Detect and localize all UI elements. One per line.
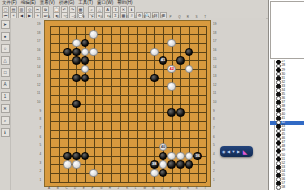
coord-label-left: 8 xyxy=(40,118,42,122)
stone-black-O2 xyxy=(159,169,167,177)
coord-label-bottom: B xyxy=(57,187,59,191)
grid-line-horizontal xyxy=(50,138,206,139)
coord-label-bottom: P xyxy=(169,187,171,191)
coord-label-bottom: G xyxy=(100,187,102,191)
coord-label-left: 7 xyxy=(40,127,42,131)
stone-white-N16 xyxy=(150,48,158,56)
move-number-label-38: 38 xyxy=(150,162,158,166)
move-number-label-41: 41 xyxy=(159,58,167,62)
coord-label-right: 18 xyxy=(213,32,216,36)
coord-label-left: 17 xyxy=(37,40,40,44)
coord-label-bottom: M xyxy=(143,187,146,191)
zoom-tool-icon[interactable]: ⌕ xyxy=(1,116,10,125)
coord-label-top: P xyxy=(169,16,171,20)
grid-line-horizontal xyxy=(50,182,206,183)
right-panel: 2728293031323334353637383940414243444546… xyxy=(268,0,304,190)
stone-black-R3 xyxy=(185,160,193,168)
stone-white-C3 xyxy=(63,160,71,168)
stone-black-E13 xyxy=(81,74,89,82)
floating-nav-toolbar: ◉◀▼▶◣ xyxy=(220,146,253,157)
star-point-K16 xyxy=(128,51,130,53)
coord-label-right: 5 xyxy=(213,144,215,148)
coord-label-bottom: S xyxy=(195,187,197,191)
stone-white-P12 xyxy=(167,82,175,90)
white-stone-icon[interactable]: ○ xyxy=(1,44,10,53)
stone-black-D4 xyxy=(72,152,80,160)
coord-label-bottom: Q xyxy=(178,187,180,191)
coord-label-top: G xyxy=(100,16,102,20)
stone-black-D16 xyxy=(72,48,80,56)
stone-white-P4 xyxy=(167,152,175,160)
coord-label-bottom: H xyxy=(109,187,111,191)
coord-label-top: J xyxy=(117,16,119,20)
coord-label-top: O xyxy=(161,16,163,20)
go-app-window: 文件(F)编辑(E)查看(V)棋谱(G)工具(T)窗口(W)帮助(H) ▢▤▥⎙… xyxy=(0,0,304,190)
coord-label-left: 1 xyxy=(40,179,42,183)
coord-label-left: 18 xyxy=(37,32,40,36)
coord-label-left: 4 xyxy=(40,153,42,157)
coord-label-top: H xyxy=(109,16,111,20)
grid-line-vertical xyxy=(206,26,207,182)
game-info-box xyxy=(270,1,304,59)
toolbar-separator xyxy=(85,7,87,12)
stone-black-E4 xyxy=(81,152,89,160)
move-number: 58 xyxy=(282,186,286,189)
stone-white-F18 xyxy=(89,30,97,38)
coord-label-top: T xyxy=(204,16,206,20)
coord-label-right: 4 xyxy=(213,153,215,157)
coord-label-bottom: E xyxy=(83,187,85,191)
coord-label-right: 8 xyxy=(213,118,215,122)
stone-black-Q9 xyxy=(176,108,184,116)
stone-black-O4 xyxy=(159,152,167,160)
stone-white-F16 xyxy=(89,48,97,56)
coord-label-bottom: R xyxy=(187,187,189,191)
assistant-logo-icon[interactable]: ◣ xyxy=(243,149,248,155)
coord-label-right: 9 xyxy=(213,110,215,114)
coord-label-bottom: N xyxy=(152,187,154,191)
grid-line-horizontal xyxy=(50,173,206,174)
stone-white-N2 xyxy=(150,169,158,177)
stone-white-R14 xyxy=(185,65,193,73)
coord-label-bottom: F xyxy=(91,187,93,191)
coord-label-top: B xyxy=(57,16,59,20)
toolbar-separator xyxy=(85,13,87,18)
coord-label-left: 14 xyxy=(37,66,40,70)
coord-label-bottom: O xyxy=(161,187,163,191)
stone-black-D13 xyxy=(72,74,80,82)
coord-label-bottom: D xyxy=(74,187,76,191)
coord-label-left: 11 xyxy=(37,92,40,96)
coord-label-left: 5 xyxy=(40,144,42,148)
coord-label-top: Q xyxy=(178,16,180,20)
letter-mark-icon[interactable]: A xyxy=(1,80,10,89)
star-point-K10 xyxy=(128,103,130,105)
coord-label-right: 10 xyxy=(213,101,216,105)
stone-black-N13 xyxy=(150,74,158,82)
coord-label-right: 11 xyxy=(213,92,216,96)
coord-label-bottom: L xyxy=(135,187,137,191)
move-number-label-42: 42 xyxy=(167,67,175,71)
coord-label-left: 19 xyxy=(37,23,40,27)
stone-black-D15 xyxy=(72,56,80,64)
coord-label-left: 10 xyxy=(37,101,40,105)
coord-label-right: 1 xyxy=(213,179,215,183)
move-list: 2728293031323334353637383940414243444546… xyxy=(270,60,304,190)
coord-label-right: 3 xyxy=(213,162,215,166)
coord-label-top: A xyxy=(48,16,50,20)
stone-black-P9 xyxy=(167,108,175,116)
coord-label-top: D xyxy=(74,16,76,20)
stone-white-P17 xyxy=(167,39,175,47)
move-number-label-40: 40 xyxy=(159,145,167,149)
stone-black-Q15 xyxy=(176,56,184,64)
stone-white-E14 xyxy=(81,65,89,73)
coord-label-right: 16 xyxy=(213,49,216,53)
edit-tool-strip: ➤●○△□A1✕⌕ℹ xyxy=(0,18,11,190)
grid-line-horizontal xyxy=(50,147,206,148)
grid-line-horizontal xyxy=(50,121,206,122)
coord-label-right: 17 xyxy=(213,40,216,44)
coord-label-left: 3 xyxy=(40,162,42,166)
coord-label-bottom: J xyxy=(117,187,119,191)
variation-icon[interactable]: ▼ xyxy=(232,149,236,154)
stone-white-F2 xyxy=(89,169,97,177)
current-move-icon[interactable]: ◉ xyxy=(222,149,226,154)
coord-label-left: 6 xyxy=(40,136,42,140)
stone-white-E16 xyxy=(81,48,89,56)
stone-white-O3 xyxy=(159,160,167,168)
grid-line-vertical xyxy=(137,26,138,182)
coord-label-top: R xyxy=(187,16,189,20)
black-stone-icon[interactable]: ● xyxy=(1,32,10,41)
coord-label-bottom: C xyxy=(65,187,67,191)
coord-label-left: 16 xyxy=(37,49,40,53)
stone-black-R16 xyxy=(185,48,193,56)
grid-line-vertical xyxy=(146,26,147,182)
coord-label-top: C xyxy=(65,16,67,20)
white-stone-icon xyxy=(276,185,281,190)
info-tool-icon[interactable]: ℹ xyxy=(1,128,10,137)
stone-black-D10 xyxy=(72,100,80,108)
stone-black-E17 xyxy=(81,39,89,47)
coord-label-right: 12 xyxy=(213,84,216,88)
stone-black-Q3 xyxy=(176,160,184,168)
coord-label-left: 15 xyxy=(37,58,40,62)
next-move-icon[interactable]: ▶ xyxy=(237,149,240,154)
coord-label-right: 7 xyxy=(213,127,215,131)
coord-label-right: 6 xyxy=(213,136,215,140)
stone-white-D17 xyxy=(72,39,80,47)
pointer-icon[interactable]: ➤ xyxy=(1,20,10,29)
star-point-K4 xyxy=(128,155,130,157)
coord-label-left: 2 xyxy=(40,170,42,174)
coord-label-top: L xyxy=(135,16,137,20)
coord-label-top: S xyxy=(195,16,197,20)
toolbar-separator xyxy=(50,7,52,12)
move-number-label-36: 36 xyxy=(193,154,201,158)
stone-black-C16 xyxy=(63,48,71,56)
number-mark-icon[interactable]: 1 xyxy=(1,92,10,101)
coord-label-right: 15 xyxy=(213,58,216,62)
stone-white-D3 xyxy=(72,160,80,168)
stone-black-E15 xyxy=(81,56,89,64)
coord-label-right: 19 xyxy=(213,23,216,27)
coord-label-bottom: A xyxy=(48,187,50,191)
coord-label-top: E xyxy=(83,16,85,20)
go-board[interactable]: 4140363842 xyxy=(44,20,211,187)
coord-label-bottom: K xyxy=(126,187,128,191)
star-point-Q16 xyxy=(180,51,182,53)
coord-label-left: 13 xyxy=(37,75,40,79)
grid-line-horizontal xyxy=(50,130,206,131)
stone-black-C4 xyxy=(63,152,71,160)
prev-move-icon[interactable]: ◀ xyxy=(227,149,230,154)
coord-label-right: 13 xyxy=(213,75,216,79)
triangle-mark-icon[interactable]: △ xyxy=(1,56,10,65)
move-list-row-58[interactable]: 58 xyxy=(270,185,304,189)
coord-label-top: K xyxy=(126,16,128,20)
stone-white-R4 xyxy=(185,152,193,160)
square-mark-icon[interactable]: □ xyxy=(1,68,10,77)
stone-white-Q4 xyxy=(176,152,184,160)
coord-label-top: M xyxy=(143,16,146,20)
toolbar-separator xyxy=(50,13,52,18)
delete-mark-icon[interactable]: ✕ xyxy=(1,104,10,113)
coord-label-left: 12 xyxy=(37,84,40,88)
star-point-Q10 xyxy=(180,103,182,105)
coord-label-left: 9 xyxy=(40,110,42,114)
coord-label-right: 14 xyxy=(213,66,216,70)
stone-black-P3 xyxy=(167,160,175,168)
coord-label-right: 2 xyxy=(213,170,215,174)
coord-label-bottom: T xyxy=(204,187,206,191)
board-area: 4140363842 AA1919BB1818CC1717DD1616EE151… xyxy=(11,18,266,190)
coord-label-top: F xyxy=(91,16,93,20)
coord-label-top: N xyxy=(152,16,154,20)
